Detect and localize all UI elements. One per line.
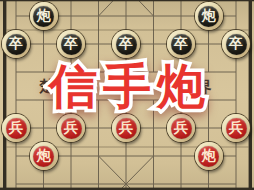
piece-disc: 卒 xyxy=(61,34,82,55)
piece-glyph: 炮 xyxy=(202,9,216,23)
piece-disc: 炮 xyxy=(198,146,219,167)
red-cannon[interactable]: 炮 xyxy=(195,142,223,170)
piece-disc: 炮 xyxy=(33,146,54,167)
piece-glyph: 炮 xyxy=(37,149,51,163)
piece-disc: 炮 xyxy=(198,6,219,27)
piece-glyph: 炮 xyxy=(202,149,216,163)
piece-glyph: 兵 xyxy=(174,121,188,135)
piece-glyph: 兵 xyxy=(64,121,78,135)
xiangqi-board[interactable]: 楚 界 炮炮卒卒卒卒卒兵兵兵兵兵炮炮 信手炮 信手炮 xyxy=(0,0,254,190)
red-cannon[interactable]: 炮 xyxy=(30,142,58,170)
piece-disc: 兵 xyxy=(226,118,247,139)
piece-disc: 兵 xyxy=(171,118,192,139)
red-soldier[interactable]: 兵 xyxy=(112,114,140,142)
piece-glyph: 卒 xyxy=(174,37,188,51)
piece-glyph: 兵 xyxy=(229,121,243,135)
piece-glyph: 卒 xyxy=(64,37,78,51)
black-soldier[interactable]: 卒 xyxy=(112,30,140,58)
piece-disc: 卒 xyxy=(6,34,27,55)
piece-glyph: 卒 xyxy=(9,37,23,51)
black-soldier[interactable]: 卒 xyxy=(57,30,85,58)
black-cannon[interactable]: 炮 xyxy=(195,2,223,30)
piece-glyph: 兵 xyxy=(9,121,23,135)
red-soldier[interactable]: 兵 xyxy=(222,114,250,142)
black-soldier[interactable]: 卒 xyxy=(222,30,250,58)
river-text-jie: 界 xyxy=(197,80,212,95)
black-cannon[interactable]: 炮 xyxy=(30,2,58,30)
red-soldier[interactable]: 兵 xyxy=(167,114,195,142)
piece-glyph: 兵 xyxy=(119,121,133,135)
black-soldier[interactable]: 卒 xyxy=(2,30,30,58)
piece-disc: 兵 xyxy=(6,118,27,139)
piece-disc: 兵 xyxy=(116,118,137,139)
piece-glyph: 卒 xyxy=(229,37,243,51)
red-soldier[interactable]: 兵 xyxy=(2,114,30,142)
piece-disc: 兵 xyxy=(61,118,82,139)
river-text-chu: 楚 xyxy=(40,79,55,94)
red-soldier[interactable]: 兵 xyxy=(57,114,85,142)
piece-disc: 炮 xyxy=(33,6,54,27)
piece-disc: 卒 xyxy=(226,34,247,55)
black-soldier[interactable]: 卒 xyxy=(167,30,195,58)
piece-disc: 卒 xyxy=(171,34,192,55)
piece-glyph: 卒 xyxy=(119,37,133,51)
piece-disc: 卒 xyxy=(116,34,137,55)
piece-glyph: 炮 xyxy=(37,9,51,23)
